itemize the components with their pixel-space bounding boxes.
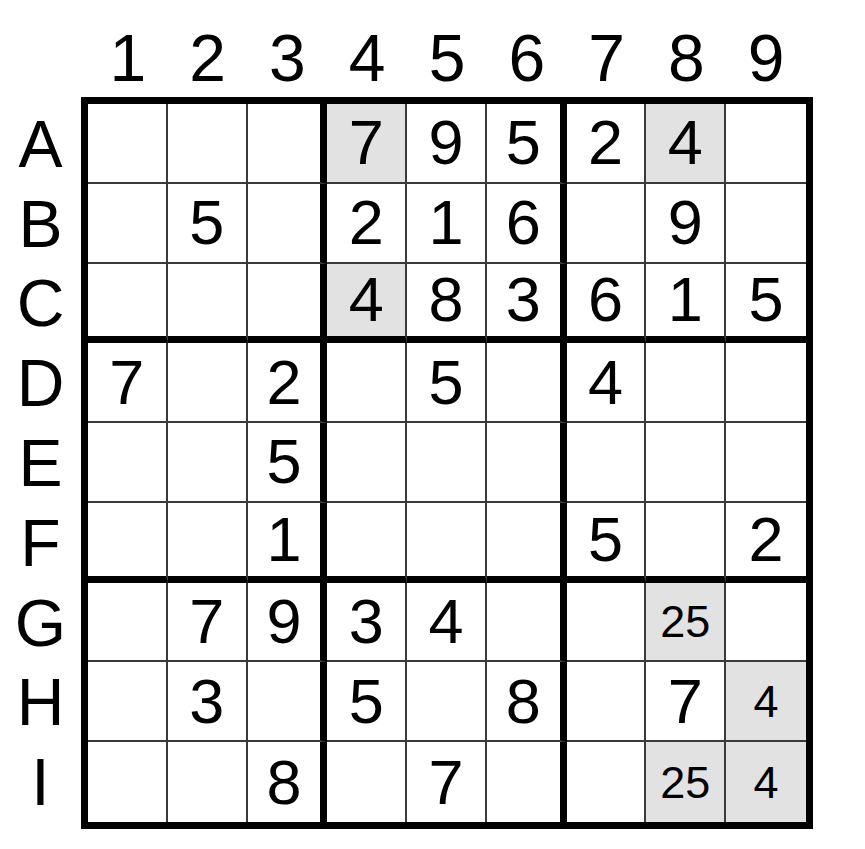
cell-G2[interactable]: 7 bbox=[168, 583, 248, 663]
cell-C9[interactable]: 5 bbox=[726, 264, 806, 344]
cell-E4[interactable] bbox=[327, 423, 407, 503]
cell-I9[interactable]: 4 bbox=[726, 742, 806, 822]
cell-E8[interactable] bbox=[646, 423, 726, 503]
cell-D6[interactable] bbox=[487, 343, 567, 423]
column-label-3: 3 bbox=[248, 0, 328, 97]
cell-A8[interactable]: 4 bbox=[646, 104, 726, 184]
cell-D7[interactable]: 4 bbox=[567, 343, 647, 423]
cell-G5[interactable]: 4 bbox=[407, 583, 487, 663]
row-label-A: A bbox=[0, 104, 81, 184]
cell-C8[interactable]: 1 bbox=[646, 264, 726, 344]
cell-E2[interactable] bbox=[168, 423, 248, 503]
cell-G8[interactable]: 25 bbox=[646, 583, 726, 663]
cell-I2[interactable] bbox=[168, 742, 248, 822]
cell-D5[interactable]: 5 bbox=[407, 343, 487, 423]
cell-F2[interactable] bbox=[168, 503, 248, 583]
row-label-E: E bbox=[0, 423, 81, 503]
cell-C1[interactable] bbox=[88, 264, 168, 344]
cell-B6[interactable]: 6 bbox=[487, 184, 567, 264]
cell-I1[interactable] bbox=[88, 742, 168, 822]
cell-H9[interactable]: 4 bbox=[726, 662, 806, 742]
cell-A7[interactable]: 2 bbox=[567, 104, 647, 184]
row-label-G: G bbox=[0, 583, 81, 663]
cell-C5[interactable]: 8 bbox=[407, 264, 487, 344]
cell-D2[interactable] bbox=[168, 343, 248, 423]
column-label-1: 1 bbox=[88, 0, 168, 97]
cell-B9[interactable] bbox=[726, 184, 806, 264]
cell-E7[interactable] bbox=[567, 423, 647, 503]
row-label-F: F bbox=[0, 503, 81, 583]
row-labels: ABCDEFGHI bbox=[0, 97, 81, 829]
sudoku-puzzle: 123456789 ABCDEFGHI 79524521694836157254… bbox=[0, 0, 865, 849]
cell-H8[interactable]: 7 bbox=[646, 662, 726, 742]
cell-H5[interactable] bbox=[407, 662, 487, 742]
cell-C2[interactable] bbox=[168, 264, 248, 344]
cell-I5[interactable]: 7 bbox=[407, 742, 487, 822]
cell-F5[interactable] bbox=[407, 503, 487, 583]
cell-B2[interactable]: 5 bbox=[168, 184, 248, 264]
cell-F1[interactable] bbox=[88, 503, 168, 583]
cell-B4[interactable]: 2 bbox=[327, 184, 407, 264]
sudoku-board: 7952452169483615725451527934253587487254 bbox=[81, 97, 813, 829]
cell-B7[interactable] bbox=[567, 184, 647, 264]
cell-A1[interactable] bbox=[88, 104, 168, 184]
cell-A9[interactable] bbox=[726, 104, 806, 184]
cell-D9[interactable] bbox=[726, 343, 806, 423]
cell-I4[interactable] bbox=[327, 742, 407, 822]
cell-A3[interactable] bbox=[248, 104, 328, 184]
cell-H7[interactable] bbox=[567, 662, 647, 742]
cell-G7[interactable] bbox=[567, 583, 647, 663]
cell-C3[interactable] bbox=[248, 264, 328, 344]
cell-H2[interactable]: 3 bbox=[168, 662, 248, 742]
cell-I7[interactable] bbox=[567, 742, 647, 822]
cell-F8[interactable] bbox=[646, 503, 726, 583]
column-label-5: 5 bbox=[407, 0, 487, 97]
cell-G3[interactable]: 9 bbox=[248, 583, 328, 663]
cell-B5[interactable]: 1 bbox=[407, 184, 487, 264]
cell-E5[interactable] bbox=[407, 423, 487, 503]
row-label-I: I bbox=[0, 742, 81, 822]
cell-I6[interactable] bbox=[487, 742, 567, 822]
cell-A4[interactable]: 7 bbox=[327, 104, 407, 184]
cell-B1[interactable] bbox=[88, 184, 168, 264]
cell-H4[interactable]: 5 bbox=[327, 662, 407, 742]
cell-C4[interactable]: 4 bbox=[327, 264, 407, 344]
cell-H1[interactable] bbox=[88, 662, 168, 742]
cell-E1[interactable] bbox=[88, 423, 168, 503]
column-label-8: 8 bbox=[646, 0, 726, 97]
cell-E6[interactable] bbox=[487, 423, 567, 503]
cell-C6[interactable]: 3 bbox=[487, 264, 567, 344]
cell-D4[interactable] bbox=[327, 343, 407, 423]
cell-A6[interactable]: 5 bbox=[487, 104, 567, 184]
cell-G9[interactable] bbox=[726, 583, 806, 663]
cell-F9[interactable]: 2 bbox=[726, 503, 806, 583]
cell-C7[interactable]: 6 bbox=[567, 264, 647, 344]
cell-F7[interactable]: 5 bbox=[567, 503, 647, 583]
column-label-6: 6 bbox=[487, 0, 567, 97]
cell-E9[interactable] bbox=[726, 423, 806, 503]
cell-I3[interactable]: 8 bbox=[248, 742, 328, 822]
cell-A5[interactable]: 9 bbox=[407, 104, 487, 184]
cell-A2[interactable] bbox=[168, 104, 248, 184]
cell-F3[interactable]: 1 bbox=[248, 503, 328, 583]
column-label-4: 4 bbox=[327, 0, 407, 97]
row-label-C: C bbox=[0, 264, 81, 344]
cell-D8[interactable] bbox=[646, 343, 726, 423]
cell-E3[interactable]: 5 bbox=[248, 423, 328, 503]
column-labels: 123456789 bbox=[81, 0, 813, 97]
cell-D1[interactable]: 7 bbox=[88, 343, 168, 423]
cell-I8[interactable]: 25 bbox=[646, 742, 726, 822]
cell-H6[interactable]: 8 bbox=[487, 662, 567, 742]
cell-G1[interactable] bbox=[88, 583, 168, 663]
column-label-2: 2 bbox=[168, 0, 248, 97]
cell-D3[interactable]: 2 bbox=[248, 343, 328, 423]
cell-G4[interactable]: 3 bbox=[327, 583, 407, 663]
column-label-7: 7 bbox=[567, 0, 647, 97]
cell-B8[interactable]: 9 bbox=[646, 184, 726, 264]
row-label-D: D bbox=[0, 343, 81, 423]
row-label-H: H bbox=[0, 662, 81, 742]
corner-spacer bbox=[0, 0, 81, 97]
column-label-9: 9 bbox=[726, 0, 806, 97]
cell-G6[interactable] bbox=[487, 583, 567, 663]
cell-H3[interactable] bbox=[248, 662, 328, 742]
cell-F6[interactable] bbox=[487, 503, 567, 583]
cell-F4[interactable] bbox=[327, 503, 407, 583]
row-label-B: B bbox=[0, 184, 81, 264]
cell-B3[interactable] bbox=[248, 184, 328, 264]
